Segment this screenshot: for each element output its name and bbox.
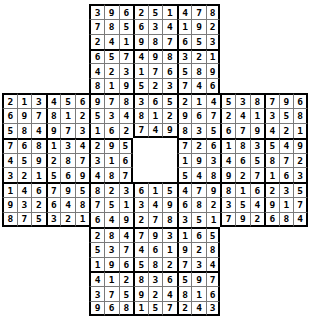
cell-r13c13[interactable]: 4 [177,182,192,197]
cell-r11c4[interactable]: 2 [46,153,61,168]
cell-r12c20[interactable]: 6 [279,167,294,182]
cell-r18c10[interactable]: 5 [133,257,148,272]
cell-r11c1[interactable]: 4 [2,153,17,168]
cell-r19c8[interactable]: 1 [104,271,119,286]
cell-r11c21[interactable]: 2 [293,153,308,168]
cell-r10c6[interactable]: 4 [75,138,90,153]
empty-region [31,257,46,272]
cell-r10c20[interactable]: 4 [279,138,294,153]
cell-r14c10[interactable]: 3 [133,197,148,212]
cell-r3c15[interactable]: 3 [206,34,221,49]
empty-region [250,63,265,78]
cell-r15c13[interactable]: 3 [177,212,192,227]
cell-r11c3[interactable]: 9 [31,153,46,168]
cell-r15c18[interactable]: 2 [250,212,265,227]
cell-r12c15[interactable]: 8 [206,167,221,182]
cell-r8c20[interactable]: 5 [279,108,294,123]
cell-r7c15[interactable]: 4 [206,93,221,108]
cell-r8c15[interactable]: 7 [206,108,221,123]
cell-r8c14[interactable]: 6 [191,108,206,123]
cell-r6c14[interactable]: 4 [191,78,206,93]
cell-r3c11[interactable]: 8 [148,34,163,49]
cell-r6c9[interactable]: 9 [119,78,134,93]
cell-r21c7[interactable]: 9 [89,301,104,316]
cell-r11c13[interactable]: 1 [177,153,192,168]
cell-r14c17[interactable]: 5 [235,197,250,212]
cell-r15c17[interactable]: 9 [235,212,250,227]
cell-r12c16[interactable]: 9 [220,167,235,182]
cell-r16c12[interactable]: 3 [162,227,177,242]
cell-r9c5[interactable]: 7 [60,123,75,138]
cell-r17c8[interactable]: 3 [104,242,119,257]
cell-r13c14[interactable]: 7 [191,182,206,197]
cell-r15c4[interactable]: 3 [46,212,61,227]
cell-r11c9[interactable]: 6 [119,153,134,168]
cell-r15c7[interactable]: 6 [89,212,104,227]
empty-region [75,227,90,242]
cell-r1c15[interactable]: 8 [206,4,221,19]
cell-r10c4[interactable]: 1 [46,138,61,153]
cell-r11c19[interactable]: 8 [264,153,279,168]
cell-r8c11[interactable]: 1 [148,108,163,123]
cell-r16c14[interactable]: 6 [191,227,206,242]
cell-r10c8[interactable]: 9 [104,138,119,153]
cell-r5c12[interactable]: 6 [162,63,177,78]
cell-r7c2[interactable]: 1 [17,93,32,108]
cell-r19c7[interactable]: 4 [89,271,104,286]
cell-r12c2[interactable]: 2 [17,167,32,182]
cell-r15c12[interactable]: 8 [162,212,177,227]
cell-r13c7[interactable]: 8 [89,182,104,197]
cell-r20c13[interactable]: 8 [177,286,192,301]
cell-r20c10[interactable]: 9 [133,286,148,301]
cell-r17c10[interactable]: 4 [133,242,148,257]
cell-r8c7[interactable]: 5 [89,108,104,123]
cell-r13c4[interactable]: 7 [46,182,61,197]
cell-r9c21[interactable]: 1 [293,123,308,138]
cell-r8c10[interactable]: 8 [133,108,148,123]
cell-r20c14[interactable]: 1 [191,286,206,301]
cell-r17c12[interactable]: 1 [162,242,177,257]
cell-r8c1[interactable]: 6 [2,108,17,123]
cell-r4c9[interactable]: 7 [119,49,134,64]
cell-r17c13[interactable]: 9 [177,242,192,257]
cell-r12c17[interactable]: 2 [235,167,250,182]
cell-r6c12[interactable]: 3 [162,78,177,93]
cell-r13c18[interactable]: 6 [250,182,265,197]
cell-r18c9[interactable]: 6 [119,257,134,272]
cell-r14c5[interactable]: 4 [60,197,75,212]
cell-r14c20[interactable]: 1 [279,197,294,212]
cell-r1c7[interactable]: 3 [89,4,104,19]
cell-r9c2[interactable]: 8 [17,123,32,138]
cell-r4c8[interactable]: 5 [104,49,119,64]
cell-r13c19[interactable]: 2 [264,182,279,197]
cell-r19c14[interactable]: 9 [191,271,206,286]
cell-r15c10[interactable]: 2 [133,212,148,227]
cell-r10c3[interactable]: 8 [31,138,46,153]
cell-r17c14[interactable]: 2 [191,242,206,257]
cell-r8c17[interactable]: 4 [235,108,250,123]
cell-r13c3[interactable]: 6 [31,182,46,197]
cell-r15c2[interactable]: 7 [17,212,32,227]
cell-r9c14[interactable]: 3 [191,123,206,138]
cell-r20c8[interactable]: 7 [104,286,119,301]
cell-r1c12[interactable]: 1 [162,4,177,19]
cell-r4c15[interactable]: 1 [206,49,221,64]
cell-r9c17[interactable]: 7 [235,123,250,138]
cell-r12c8[interactable]: 8 [104,167,119,182]
cell-r3c13[interactable]: 6 [177,34,192,49]
cell-r18c7[interactable]: 1 [89,257,104,272]
cell-r14c12[interactable]: 9 [162,197,177,212]
cell-r9c11[interactable]: 4 [148,123,163,138]
cell-r2c12[interactable]: 4 [162,19,177,34]
cell-r8c13[interactable]: 9 [177,108,192,123]
cell-r14c8[interactable]: 5 [104,197,119,212]
cell-r15c5[interactable]: 2 [60,212,75,227]
cell-r8c18[interactable]: 1 [250,108,265,123]
cell-r2c9[interactable]: 5 [119,19,134,34]
cell-r8c4[interactable]: 8 [46,108,61,123]
cell-r2c7[interactable]: 7 [89,19,104,34]
cell-r13c15[interactable]: 9 [206,182,221,197]
cell-r10c15[interactable]: 6 [206,138,221,153]
cell-r11c5[interactable]: 8 [60,153,75,168]
cell-r12c19[interactable]: 1 [264,167,279,182]
cell-r8c5[interactable]: 1 [60,108,75,123]
cell-r3c8[interactable]: 4 [104,34,119,49]
cell-r9c16[interactable]: 6 [220,123,235,138]
cell-r14c19[interactable]: 9 [264,197,279,212]
cell-r14c6[interactable]: 8 [75,197,90,212]
cell-r8c9[interactable]: 4 [119,108,134,123]
cell-r18c13[interactable]: 7 [177,257,192,272]
cell-r19c12[interactable]: 6 [162,271,177,286]
cell-r13c8[interactable]: 2 [104,182,119,197]
cell-r15c19[interactable]: 6 [264,212,279,227]
cell-r21c15[interactable]: 3 [206,301,221,316]
cell-r16c7[interactable]: 2 [89,227,104,242]
cell-r9c12[interactable]: 9 [162,123,177,138]
cell-r2c10[interactable]: 6 [133,19,148,34]
cell-r15c11[interactable]: 7 [148,212,163,227]
cell-r19c15[interactable]: 7 [206,271,221,286]
cell-r7c3[interactable]: 3 [31,93,46,108]
cell-r15c9[interactable]: 9 [119,212,134,227]
cell-r12c13[interactable]: 5 [177,167,192,182]
cell-r1c13[interactable]: 4 [177,4,192,19]
cell-r16c13[interactable]: 1 [177,227,192,242]
cell-r14c14[interactable]: 8 [191,197,206,212]
cell-r2c15[interactable]: 2 [206,19,221,34]
cell-r6c7[interactable]: 8 [89,78,104,93]
cell-r7c20[interactable]: 9 [279,93,294,108]
cell-r13c2[interactable]: 4 [17,182,32,197]
cell-r8c3[interactable]: 7 [31,108,46,123]
cell-r9c3[interactable]: 4 [31,123,46,138]
cell-r14c2[interactable]: 3 [17,197,32,212]
cell-r20c7[interactable]: 3 [89,286,104,301]
cell-r7c12[interactable]: 5 [162,93,177,108]
cell-r15c21[interactable]: 4 [293,212,308,227]
empty-region [279,19,294,34]
cell-r11c6[interactable]: 7 [75,153,90,168]
cell-r17c11[interactable]: 6 [148,242,163,257]
cell-r11c7[interactable]: 3 [89,153,104,168]
cell-r13c1[interactable]: 1 [2,182,17,197]
cell-r9c20[interactable]: 2 [279,123,294,138]
cell-r3c9[interactable]: 1 [119,34,134,49]
cell-r21c8[interactable]: 6 [104,301,119,316]
cell-r21c14[interactable]: 4 [191,301,206,316]
cell-r11c14[interactable]: 9 [191,153,206,168]
cell-r12c18[interactable]: 7 [250,167,265,182]
cell-r1c8[interactable]: 9 [104,4,119,19]
cell-r6c8[interactable]: 1 [104,78,119,93]
empty-region [75,49,90,64]
cell-r5c15[interactable]: 9 [206,63,221,78]
cell-r10c2[interactable]: 6 [17,138,32,153]
cell-r4c12[interactable]: 8 [162,49,177,64]
cell-r13c21[interactable]: 5 [293,182,308,197]
cell-r11c15[interactable]: 3 [206,153,221,168]
cell-r15c3[interactable]: 5 [31,212,46,227]
cell-r6c15[interactable]: 6 [206,78,221,93]
cell-r10c13[interactable]: 7 [177,138,192,153]
cell-r7c7[interactable]: 9 [89,93,104,108]
cell-r15c16[interactable]: 7 [220,212,235,227]
cell-r9c8[interactable]: 6 [104,123,119,138]
cell-r20c15[interactable]: 6 [206,286,221,301]
cell-r7c10[interactable]: 3 [133,93,148,108]
cell-r17c7[interactable]: 5 [89,242,104,257]
cell-r14c18[interactable]: 4 [250,197,265,212]
cell-r13c17[interactable]: 1 [235,182,250,197]
cell-r5c14[interactable]: 8 [191,63,206,78]
cell-r4c13[interactable]: 3 [177,49,192,64]
cell-r14c3[interactable]: 2 [31,197,46,212]
cell-r3c14[interactable]: 5 [191,34,206,49]
cell-r7c14[interactable]: 1 [191,93,206,108]
cell-r10c19[interactable]: 5 [264,138,279,153]
cell-r8c16[interactable]: 2 [220,108,235,123]
cell-r5c8[interactable]: 2 [104,63,119,78]
cell-r7c4[interactable]: 4 [46,93,61,108]
cell-r7c11[interactable]: 6 [148,93,163,108]
cell-r5c7[interactable]: 4 [89,63,104,78]
cell-r10c7[interactable]: 2 [89,138,104,153]
cell-r14c16[interactable]: 3 [220,197,235,212]
cell-r10c5[interactable]: 3 [60,138,75,153]
cell-r11c16[interactable]: 4 [220,153,235,168]
empty-region [293,227,308,242]
cell-r7c16[interactable]: 5 [220,93,235,108]
cell-r14c4[interactable]: 6 [46,197,61,212]
cell-r7c18[interactable]: 8 [250,93,265,108]
cell-r12c4[interactable]: 5 [46,167,61,182]
cell-r9c6[interactable]: 3 [75,123,90,138]
cell-r7c6[interactable]: 6 [75,93,90,108]
cell-r19c11[interactable]: 3 [148,271,163,286]
cell-r2c13[interactable]: 1 [177,19,192,34]
cell-r14c13[interactable]: 6 [177,197,192,212]
empty-region [220,4,235,19]
cell-r19c10[interactable]: 8 [133,271,148,286]
cell-r15c20[interactable]: 8 [279,212,294,227]
cell-r11c18[interactable]: 5 [250,153,265,168]
cell-r15c1[interactable]: 8 [2,212,17,227]
cell-r17c15[interactable]: 8 [206,242,221,257]
cell-r14c11[interactable]: 4 [148,197,163,212]
cell-r8c6[interactable]: 2 [75,108,90,123]
cell-r18c8[interactable]: 9 [104,257,119,272]
cell-r20c9[interactable]: 5 [119,286,134,301]
cell-r14c9[interactable]: 1 [119,197,134,212]
cell-r16c10[interactable]: 7 [133,227,148,242]
cell-r20c11[interactable]: 2 [148,286,163,301]
cell-r1c10[interactable]: 2 [133,4,148,19]
cell-r7c5[interactable]: 5 [60,93,75,108]
cell-r9c4[interactable]: 9 [46,123,61,138]
cell-r8c21[interactable]: 8 [293,108,308,123]
cell-r9c1[interactable]: 5 [2,123,17,138]
cell-r1c11[interactable]: 5 [148,4,163,19]
cell-r12c1[interactable]: 3 [2,167,17,182]
cell-r12c9[interactable]: 7 [119,167,134,182]
cell-r9c15[interactable]: 5 [206,123,221,138]
cell-r8c12[interactable]: 2 [162,108,177,123]
cell-r9c18[interactable]: 9 [250,123,265,138]
cell-r7c17[interactable]: 3 [235,93,250,108]
cell-r10c9[interactable]: 5 [119,138,134,153]
cell-r9c7[interactable]: 1 [89,123,104,138]
cell-r3c10[interactable]: 9 [133,34,148,49]
cell-r11c20[interactable]: 7 [279,153,294,168]
cell-r5c9[interactable]: 3 [119,63,134,78]
cell-r6c10[interactable]: 5 [133,78,148,93]
cell-r7c19[interactable]: 7 [264,93,279,108]
cell-r7c13[interactable]: 2 [177,93,192,108]
cell-r4c14[interactable]: 2 [191,49,206,64]
cell-r5c11[interactable]: 7 [148,63,163,78]
cell-r13c6[interactable]: 5 [75,182,90,197]
cell-r14c15[interactable]: 2 [206,197,221,212]
cell-r9c10[interactable]: 7 [133,123,148,138]
cell-r6c11[interactable]: 2 [148,78,163,93]
cell-r9c13[interactable]: 8 [177,123,192,138]
cell-r14c7[interactable]: 7 [89,197,104,212]
cell-r18c12[interactable]: 2 [162,257,177,272]
cell-r16c15[interactable]: 5 [206,227,221,242]
cell-r10c18[interactable]: 3 [250,138,265,153]
cell-r10c14[interactable]: 2 [191,138,206,153]
cell-r16c11[interactable]: 9 [148,227,163,242]
cell-r10c16[interactable]: 1 [220,138,235,153]
empty-region [2,257,17,272]
cell-r16c9[interactable]: 4 [119,227,134,242]
cell-r21c9[interactable]: 8 [119,301,134,316]
cell-r13c12[interactable]: 5 [162,182,177,197]
cell-r15c8[interactable]: 4 [104,212,119,227]
cell-r12c21[interactable]: 3 [293,167,308,182]
cell-r2c14[interactable]: 9 [191,19,206,34]
cell-r15c15[interactable]: 1 [206,212,221,227]
cell-r15c14[interactable]: 5 [191,212,206,227]
cell-r1c14[interactable]: 7 [191,4,206,19]
cell-r18c15[interactable]: 4 [206,257,221,272]
cell-r21c11[interactable]: 5 [148,301,163,316]
cell-r13c5[interactable]: 9 [60,182,75,197]
cell-r21c10[interactable]: 1 [133,301,148,316]
cell-r13c9[interactable]: 3 [119,182,134,197]
cell-r12c6[interactable]: 9 [75,167,90,182]
cell-r5c13[interactable]: 5 [177,63,192,78]
cell-r11c17[interactable]: 6 [235,153,250,168]
cell-r4c7[interactable]: 6 [89,49,104,64]
cell-r13c16[interactable]: 8 [220,182,235,197]
cell-r9c9[interactable]: 2 [119,123,134,138]
cell-r11c2[interactable]: 5 [17,153,32,168]
cell-r4c11[interactable]: 9 [148,49,163,64]
cell-r16c8[interactable]: 8 [104,227,119,242]
cell-r3c12[interactable]: 7 [162,34,177,49]
cell-r18c11[interactable]: 8 [148,257,163,272]
cell-r8c19[interactable]: 3 [264,108,279,123]
cell-r8c2[interactable]: 9 [17,108,32,123]
cell-r12c14[interactable]: 4 [191,167,206,182]
cell-r19c13[interactable]: 5 [177,271,192,286]
cell-r17c9[interactable]: 7 [119,242,134,257]
empty-region [60,227,75,242]
cell-r13c11[interactable]: 1 [148,182,163,197]
empty-region [17,19,32,34]
cell-r2c8[interactable]: 8 [104,19,119,34]
cell-r14c21[interactable]: 7 [293,197,308,212]
empty-region [220,19,235,34]
cell-r7c1[interactable]: 2 [2,93,17,108]
cell-r21c12[interactable]: 7 [162,301,177,316]
cell-r12c3[interactable]: 1 [31,167,46,182]
cell-r18c14[interactable]: 3 [191,257,206,272]
cell-r9c19[interactable]: 4 [264,123,279,138]
cell-r12c5[interactable]: 6 [60,167,75,182]
cell-r10c17[interactable]: 8 [235,138,250,153]
cell-r20c12[interactable]: 4 [162,286,177,301]
cell-r7c8[interactable]: 7 [104,93,119,108]
cell-r3c7[interactable]: 2 [89,34,104,49]
cell-r7c21[interactable]: 6 [293,93,308,108]
cell-r8c8[interactable]: 3 [104,108,119,123]
cell-r13c10[interactable]: 6 [133,182,148,197]
cell-r5c10[interactable]: 1 [133,63,148,78]
empty-region [293,257,308,272]
cell-r6c13[interactable]: 7 [177,78,192,93]
cell-r14c1[interactable]: 9 [2,197,17,212]
cell-r13c20[interactable]: 3 [279,182,294,197]
cell-r21c13[interactable]: 2 [177,301,192,316]
cell-r12c7[interactable]: 4 [89,167,104,182]
cell-r1c9[interactable]: 6 [119,4,134,19]
cell-r15c6[interactable]: 1 [75,212,90,227]
cell-r19c9[interactable]: 2 [119,271,134,286]
cell-r10c1[interactable]: 7 [2,138,17,153]
cell-r7c9[interactable]: 8 [119,93,134,108]
cell-r10c21[interactable]: 9 [293,138,308,153]
cell-r4c10[interactable]: 4 [133,49,148,64]
cell-r2c11[interactable]: 3 [148,19,163,34]
cell-r11c8[interactable]: 1 [104,153,119,168]
